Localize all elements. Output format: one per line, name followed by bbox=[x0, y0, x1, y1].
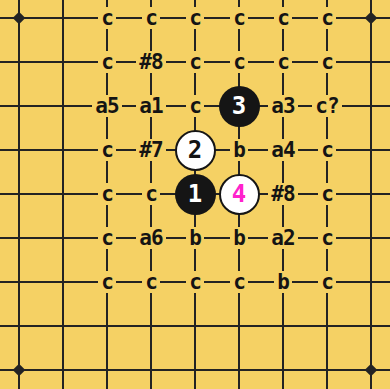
point-label-c[interactable]: c bbox=[274, 51, 292, 73]
intersection[interactable]: a1 bbox=[129, 84, 173, 128]
stone-white-2[interactable]: 2 bbox=[175, 130, 216, 171]
point-label-a6[interactable]: a6 bbox=[136, 227, 165, 249]
intersection[interactable] bbox=[41, 216, 85, 260]
intersection[interactable]: c? bbox=[305, 84, 349, 128]
intersection[interactable]: c bbox=[173, 40, 217, 84]
point-label-b[interactable]: b bbox=[230, 139, 248, 161]
intersection[interactable]: c bbox=[129, 0, 173, 40]
point-label-a3[interactable]: a3 bbox=[268, 95, 297, 117]
intersection[interactable]: c bbox=[173, 0, 217, 40]
intersection[interactable]: a4 bbox=[261, 128, 305, 172]
intersection[interactable] bbox=[41, 40, 85, 84]
intersection[interactable] bbox=[0, 84, 41, 128]
point-label-c[interactable]: c bbox=[98, 7, 116, 29]
point-label-7[interactable]: #7 bbox=[136, 139, 165, 161]
intersection[interactable] bbox=[41, 84, 85, 128]
intersection[interactable]: b bbox=[173, 216, 217, 260]
intersection[interactable] bbox=[0, 0, 41, 40]
point-label-b[interactable]: b bbox=[230, 227, 248, 249]
intersection[interactable]: 1 bbox=[173, 172, 217, 216]
intersection[interactable] bbox=[349, 260, 390, 304]
intersection[interactable]: c bbox=[305, 40, 349, 84]
intersection[interactable] bbox=[349, 40, 390, 84]
intersection[interactable] bbox=[41, 128, 85, 172]
intersection[interactable]: a6 bbox=[129, 216, 173, 260]
intersection[interactable] bbox=[41, 0, 85, 40]
intersection[interactable] bbox=[173, 348, 217, 389]
go-diagram-frame: ccccccc#8cccca5a1c3a3c?c#72ba4ccc14#8cca… bbox=[0, 0, 390, 389]
point-label-8[interactable]: #8 bbox=[136, 51, 165, 73]
intersection[interactable]: c bbox=[305, 216, 349, 260]
intersection[interactable] bbox=[217, 348, 261, 389]
intersection[interactable] bbox=[0, 260, 41, 304]
point-label-c[interactable]: c bbox=[186, 7, 204, 29]
point-label-c[interactable]: c bbox=[98, 271, 116, 293]
point-label-c[interactable]: c bbox=[142, 183, 160, 205]
intersection[interactable] bbox=[41, 348, 85, 389]
point-label-c[interactable]: c bbox=[274, 7, 292, 29]
intersection[interactable]: #7 bbox=[129, 128, 173, 172]
intersection[interactable] bbox=[173, 304, 217, 348]
intersection[interactable]: 4 bbox=[217, 172, 261, 216]
intersection[interactable] bbox=[349, 304, 390, 348]
intersection[interactable]: c bbox=[217, 0, 261, 40]
point-label-c[interactable]: c bbox=[318, 7, 336, 29]
intersection[interactable] bbox=[41, 304, 85, 348]
intersection[interactable]: c bbox=[261, 0, 305, 40]
intersection[interactable]: #8 bbox=[129, 40, 173, 84]
intersection[interactable]: c bbox=[305, 128, 349, 172]
intersection[interactable] bbox=[0, 216, 41, 260]
intersection[interactable]: c bbox=[217, 260, 261, 304]
star-point bbox=[13, 364, 26, 377]
intersection[interactable]: b bbox=[217, 128, 261, 172]
intersection[interactable] bbox=[41, 260, 85, 304]
intersection[interactable]: a5 bbox=[85, 84, 129, 128]
point-label-c[interactable]: c bbox=[142, 271, 160, 293]
point-label-c[interactable]: c bbox=[98, 51, 116, 73]
intersection[interactable] bbox=[349, 84, 390, 128]
intersection[interactable]: b bbox=[217, 216, 261, 260]
intersection[interactable]: c bbox=[85, 128, 129, 172]
intersection[interactable]: c bbox=[305, 0, 349, 40]
intersection[interactable]: c bbox=[129, 260, 173, 304]
intersection[interactable]: c bbox=[173, 84, 217, 128]
intersection[interactable]: a3 bbox=[261, 84, 305, 128]
intersection[interactable] bbox=[261, 304, 305, 348]
intersection[interactable]: c bbox=[173, 260, 217, 304]
intersection[interactable]: c bbox=[217, 40, 261, 84]
point-label-b[interactable]: b bbox=[186, 227, 204, 249]
intersection[interactable] bbox=[0, 40, 41, 84]
point-label-a4[interactable]: a4 bbox=[268, 139, 297, 161]
point-label-a1[interactable]: a1 bbox=[136, 95, 165, 117]
intersection[interactable] bbox=[129, 348, 173, 389]
intersection[interactable] bbox=[305, 304, 349, 348]
intersection[interactable] bbox=[0, 304, 41, 348]
intersection[interactable] bbox=[349, 172, 390, 216]
intersection[interactable]: c bbox=[261, 40, 305, 84]
intersection[interactable] bbox=[305, 348, 349, 389]
point-label-c[interactable]: c bbox=[318, 139, 336, 161]
intersection[interactable] bbox=[349, 348, 390, 389]
intersection[interactable]: c bbox=[85, 40, 129, 84]
intersection[interactable]: a2 bbox=[261, 216, 305, 260]
intersection[interactable] bbox=[85, 348, 129, 389]
point-label-8[interactable]: #8 bbox=[268, 183, 297, 205]
point-label-c[interactable]: c bbox=[186, 95, 204, 117]
intersection[interactable] bbox=[349, 216, 390, 260]
intersection[interactable] bbox=[0, 348, 41, 389]
stone-black-3[interactable]: 3 bbox=[219, 86, 260, 127]
star-point bbox=[365, 364, 378, 377]
point-label-c[interactable]: c bbox=[230, 271, 248, 293]
point-label-c[interactable]: c bbox=[186, 51, 204, 73]
intersection[interactable] bbox=[0, 128, 41, 172]
intersection[interactable]: c bbox=[85, 0, 129, 40]
point-label-c[interactable]: c bbox=[230, 51, 248, 73]
intersection[interactable]: b bbox=[261, 260, 305, 304]
intersection[interactable] bbox=[0, 172, 41, 216]
intersection[interactable] bbox=[217, 304, 261, 348]
point-label-c[interactable]: c bbox=[98, 227, 116, 249]
intersection[interactable] bbox=[85, 304, 129, 348]
intersection[interactable]: #8 bbox=[261, 172, 305, 216]
intersection[interactable] bbox=[349, 128, 390, 172]
intersection[interactable] bbox=[261, 348, 305, 389]
intersection[interactable]: c bbox=[85, 172, 129, 216]
intersection[interactable] bbox=[41, 172, 85, 216]
point-label-c[interactable]: c bbox=[230, 7, 248, 29]
point-label-c[interactable]: c bbox=[318, 51, 336, 73]
point-label-c[interactable]: c bbox=[318, 271, 336, 293]
intersection[interactable]: c bbox=[85, 260, 129, 304]
intersection[interactable]: c bbox=[85, 216, 129, 260]
go-board[interactable]: ccccccc#8cccca5a1c3a3c?c#72ba4ccc14#8cca… bbox=[0, 0, 390, 389]
point-label-c[interactable]: c bbox=[186, 271, 204, 293]
point-label-c[interactable]: c bbox=[98, 183, 116, 205]
point-label-a5[interactable]: a5 bbox=[92, 95, 121, 117]
star-point bbox=[365, 12, 378, 25]
point-label-c[interactable]: c bbox=[318, 183, 336, 205]
intersection[interactable]: c bbox=[305, 260, 349, 304]
intersection[interactable]: c bbox=[305, 172, 349, 216]
intersection[interactable] bbox=[129, 304, 173, 348]
point-label-c[interactable]: c bbox=[142, 7, 160, 29]
intersection[interactable]: 2 bbox=[173, 128, 217, 172]
intersection[interactable]: 3 bbox=[217, 84, 261, 128]
point-label-c[interactable]: c bbox=[98, 139, 116, 161]
star-point bbox=[13, 12, 26, 25]
point-label-a2[interactable]: a2 bbox=[268, 227, 297, 249]
point-label-b[interactable]: b bbox=[274, 271, 292, 293]
stone-white-4[interactable]: 4 bbox=[219, 174, 260, 215]
point-label-c[interactable]: c? bbox=[312, 95, 341, 117]
intersection[interactable]: c bbox=[129, 172, 173, 216]
point-label-c[interactable]: c bbox=[318, 227, 336, 249]
intersection[interactable] bbox=[349, 0, 390, 40]
stone-black-1[interactable]: 1 bbox=[175, 174, 216, 215]
